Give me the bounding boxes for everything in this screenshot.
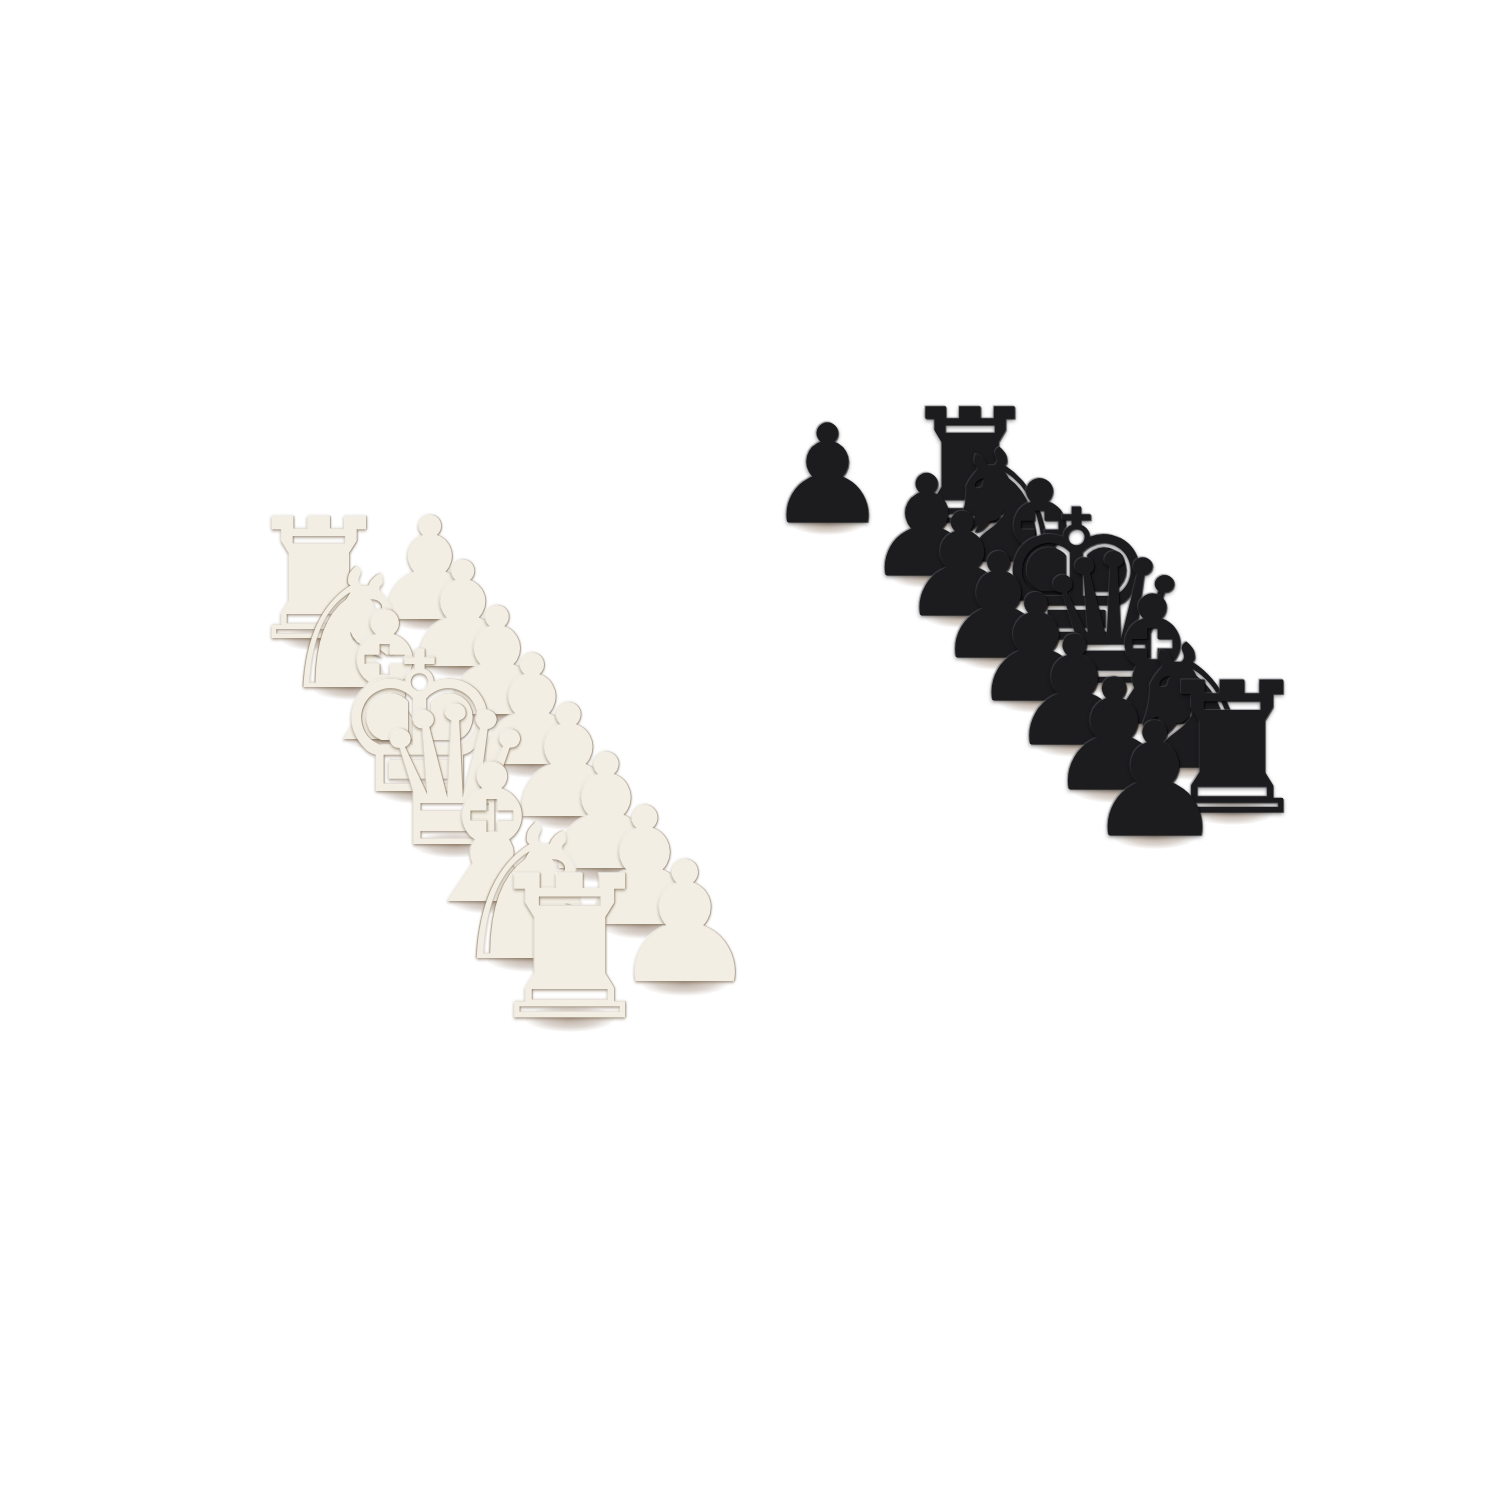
- square-a1[interactable]: [489, 967, 649, 1065]
- piece-shadow: [345, 727, 425, 751]
- square-c3[interactable]: [641, 800, 782, 879]
- square-d4[interactable]: [706, 728, 840, 800]
- piece-white-bishop-a6[interactable]: ♝: [305, 587, 465, 765]
- piece-shadow: [1002, 589, 1077, 612]
- piece-black-rook-h8[interactable]: ♜: [899, 388, 1041, 547]
- square-b1[interactable]: [608, 934, 760, 1026]
- square-c5[interactable]: [568, 702, 706, 774]
- fold-seam: [636, 521, 1011, 990]
- square-g7[interactable]: [869, 546, 984, 601]
- chess-board-mat: ℘ ℘ ℘ ℘ ℘ ℘ ℘ ℘ ℘ ℘ ℘ ℘ ℘ ℘ ℘ ℘ ℘ ℘ ℘ ℘ …: [45, 453, 1440, 1208]
- file-label-d: d: [899, 942, 952, 975]
- rank-label-1: 1: [428, 1029, 491, 1068]
- pieces-layer: ♜♟♞♟♝♟♟♜♚♟♟♛♞♟♟♝♝♟♟♞♟♚♜♟♟♛♟♝♟♞♟♜: [0, 0, 1500, 1500]
- square-b6[interactable]: [425, 677, 568, 749]
- piece-shadow: [1034, 733, 1114, 757]
- file-label-a: a: [572, 1045, 633, 1084]
- rank-label-2: 2: [390, 968, 452, 1005]
- piece-shadow: [378, 779, 460, 804]
- piece-white-pawn-b4[interactable]: ♟: [498, 684, 638, 840]
- vine-ornament-left: ℘ ℘ ℘ ℘ ℘ ℘ ℘ ℘ ℘ ℘ ℘ ℘ ℘ ℘ ℘ ℘ ℘ ℘ ℘ ℘: [99, 658, 444, 1119]
- square-d6[interactable]: [634, 637, 765, 703]
- chess-grid: [245, 495, 1290, 1065]
- piece-black-pawn-g5[interactable]: ♟: [933, 534, 1064, 680]
- piece-shadow: [312, 676, 390, 700]
- piece-white-pawn-b3[interactable]: ♟: [534, 734, 677, 894]
- square-e6[interactable]: [730, 619, 855, 682]
- piece-white-knight-a2[interactable]: ♞: [447, 800, 614, 986]
- piece-white-pawn-b2[interactable]: ♟: [571, 786, 718, 950]
- piece-shadow: [527, 804, 610, 829]
- piece-shadow: [1038, 629, 1115, 652]
- piece-white-pawn-b5[interactable]: ♟: [464, 635, 601, 788]
- square-g1[interactable]: [1094, 798, 1215, 870]
- rank-label-5: 5: [282, 796, 342, 828]
- piece-white-pawn-b1[interactable]: ♟: [610, 840, 760, 1007]
- square-g5[interactable]: [940, 626, 1057, 686]
- piece-white-king-a5[interactable]: ♚: [332, 626, 506, 820]
- rank-labels: 87654321: [45, 453, 1068, 616]
- square-f8[interactable]: [751, 521, 869, 576]
- square-d1[interactable]: [822, 874, 960, 957]
- square-e1[interactable]: [919, 847, 1051, 926]
- piece-shadow: [457, 703, 536, 727]
- file-label-f: f: [1082, 884, 1130, 913]
- piece-shadow: [997, 689, 1076, 713]
- square-e7[interactable]: [695, 577, 819, 637]
- square-a3[interactable]: [413, 854, 569, 942]
- square-a4[interactable]: [377, 801, 531, 885]
- piece-black-bishop-h6[interactable]: ♝: [965, 458, 1115, 625]
- square-a5[interactable]: [343, 749, 495, 829]
- square-b4[interactable]: [495, 775, 641, 855]
- piece-shadow: [563, 858, 648, 884]
- square-b5[interactable]: [459, 725, 604, 801]
- piece-black-pawn-g4[interactable]: ♟: [970, 575, 1103, 723]
- piece-shadow: [924, 605, 1000, 628]
- piece-black-knight-h7[interactable]: ♞: [934, 428, 1074, 584]
- square-e4[interactable]: [802, 706, 930, 775]
- lighting-sheen: [45, 453, 1440, 1208]
- square-d3[interactable]: [744, 775, 879, 851]
- square-e8[interactable]: [661, 536, 784, 593]
- file-label-c: c: [798, 974, 853, 1008]
- piece-white-bishop-a3[interactable]: ♝: [406, 739, 577, 930]
- square-e5[interactable]: [765, 662, 892, 728]
- square-a2[interactable]: [451, 910, 609, 1003]
- square-h6[interactable]: [984, 570, 1095, 626]
- piece-shadow: [1073, 778, 1155, 803]
- piece-black-pawn-g7[interactable]: ♟: [864, 457, 990, 597]
- square-g2[interactable]: [1054, 753, 1174, 822]
- square-h2[interactable]: [1134, 732, 1249, 798]
- square-c7[interactable]: [499, 611, 634, 677]
- piece-shadow: [890, 565, 964, 588]
- piece-shadow: [640, 969, 729, 996]
- product-photo-stage: ℘ ℘ ℘ ℘ ℘ ℘ ℘ ℘ ℘ ℘ ℘ ℘ ℘ ℘ ℘ ℘ ℘ ℘ ℘ ℘ …: [0, 0, 1500, 1500]
- square-b8[interactable]: [359, 584, 499, 649]
- piece-black-knight-h2[interactable]: ♞: [1115, 622, 1269, 794]
- square-h7[interactable]: [949, 532, 1060, 585]
- file-label-e: e: [994, 912, 1044, 943]
- piece-black-queen-h4[interactable]: ♛: [1033, 530, 1194, 709]
- square-e3[interactable]: [840, 752, 969, 824]
- piece-shadow: [960, 647, 1037, 671]
- piece-white-knight-a7[interactable]: ♞: [277, 547, 426, 713]
- piece-shadow: [1151, 756, 1232, 781]
- piece-white-rook-a1[interactable]: ♜: [481, 851, 658, 1048]
- square-g4[interactable]: [977, 667, 1095, 730]
- rank-label-3: 3: [353, 909, 415, 944]
- square-b7[interactable]: [391, 630, 532, 699]
- square-c8[interactable]: [466, 567, 600, 630]
- square-d5[interactable]: [670, 681, 802, 750]
- board-border-inner-line: [220, 486, 1317, 1087]
- file-label-b: b: [689, 1008, 747, 1044]
- square-g6[interactable]: [904, 585, 1020, 643]
- square-h5[interactable]: [1020, 609, 1132, 667]
- square-f4[interactable]: [892, 686, 1015, 752]
- piece-white-pawn-b8[interactable]: ♟: [366, 498, 494, 641]
- piece-shadow: [967, 550, 1041, 572]
- square-h1[interactable]: [1174, 775, 1290, 844]
- file-label-g: g: [1165, 857, 1211, 885]
- square-d2[interactable]: [782, 824, 918, 903]
- piece-shadow: [413, 832, 497, 858]
- square-f3[interactable]: [930, 730, 1054, 799]
- piece-shadow: [525, 1005, 615, 1032]
- file-labels: abcdefgh: [45, 453, 1068, 616]
- piece-black-pawn-g6[interactable]: ♟: [898, 495, 1026, 638]
- square-c6[interactable]: [533, 656, 670, 725]
- square-h4[interactable]: [1057, 649, 1170, 709]
- square-h8[interactable]: [915, 495, 1025, 546]
- piece-shadow: [281, 628, 358, 651]
- piece-black-pawn-g2[interactable]: ♟: [1045, 658, 1183, 812]
- square-b2[interactable]: [569, 879, 719, 967]
- piece-white-queen-a4[interactable]: ♛: [369, 681, 542, 874]
- square-a6[interactable]: [309, 698, 459, 774]
- piece-shadow: [1075, 670, 1153, 694]
- piece-shadow: [449, 888, 535, 914]
- square-c2[interactable]: [679, 851, 822, 934]
- board-border-outer-line: [195, 479, 1328, 1100]
- rank-label-4: 4: [317, 852, 378, 885]
- piece-black-king-h5[interactable]: ♚: [995, 487, 1158, 669]
- square-d7[interactable]: [600, 593, 730, 656]
- square-h3[interactable]: [1095, 690, 1209, 753]
- piece-shadow: [492, 753, 573, 778]
- square-c1[interactable]: [719, 903, 863, 991]
- square-f7[interactable]: [785, 561, 904, 619]
- square-g8[interactable]: [835, 508, 949, 561]
- piece-shadow: [1113, 824, 1197, 849]
- piece-shadow: [392, 608, 468, 631]
- piece-black-pawn-g8[interactable]: ♟: [766, 408, 888, 545]
- square-f1[interactable]: [1009, 822, 1135, 897]
- square-e2[interactable]: [879, 799, 1010, 874]
- file-label-h: h: [1243, 832, 1287, 859]
- piece-shadow: [1191, 800, 1274, 825]
- piece-white-pawn-b6[interactable]: ♟: [430, 588, 564, 737]
- square-f2[interactable]: [969, 775, 1094, 847]
- rank-label-8: 8: [185, 641, 243, 668]
- piece-shadow: [791, 513, 864, 535]
- square-g3[interactable]: [1015, 709, 1134, 775]
- square-c4[interactable]: [604, 750, 744, 826]
- piece-shadow: [486, 945, 574, 972]
- piece-white-pawn-b7[interactable]: ♟: [397, 542, 528, 688]
- square-f6[interactable]: [819, 601, 939, 661]
- square-a8[interactable]: [245, 603, 391, 672]
- square-f5[interactable]: [855, 643, 977, 706]
- square-d8[interactable]: [567, 551, 695, 611]
- piece-white-rook-a8[interactable]: ♜: [244, 497, 394, 665]
- rank-label-7: 7: [216, 691, 274, 719]
- piece-shadow: [601, 913, 688, 939]
- piece-shadow: [1112, 712, 1192, 736]
- piece-black-pawn-g3[interactable]: ♟: [1007, 616, 1143, 767]
- piece-black-pawn-g1[interactable]: ♟: [1084, 702, 1225, 860]
- piece-shadow: [934, 512, 1006, 534]
- piece-shadow: [424, 655, 502, 679]
- rank-label-6: 6: [249, 743, 308, 773]
- piece-black-rook-h1[interactable]: ♜: [1151, 659, 1313, 840]
- square-b3[interactable]: [531, 826, 679, 910]
- square-a7[interactable]: [277, 650, 425, 722]
- piece-black-bishop-h3[interactable]: ♝: [1073, 574, 1232, 751]
- vine-ornament-right: ℘ ℘ ℘ ℘ ℘ ℘ ℘ ℘ ℘ ℘ ℘ ℘ ℘ ℘ ℘ ℘ ℘ ℘ ℘ ℘: [1038, 479, 1362, 785]
